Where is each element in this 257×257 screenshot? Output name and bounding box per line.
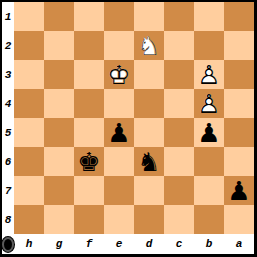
square-b2[interactable] [194,31,224,60]
square-d2[interactable]: ♞♘ [134,31,164,60]
square-f4[interactable] [74,89,104,118]
square-g1[interactable] [44,2,74,31]
square-f7[interactable] [74,176,104,205]
square-b5[interactable]: ♟ [194,118,224,147]
white-pawn: ♟♙ [194,60,224,89]
square-h7[interactable] [14,176,44,205]
square-g3[interactable] [44,60,74,89]
square-a2[interactable] [224,31,254,60]
file-label-f: f [74,234,104,254]
square-h1[interactable] [14,2,44,31]
white-pawn: ♟♙ [194,89,224,118]
square-a8[interactable] [224,205,254,234]
rank-label-4: 4 [2,89,14,118]
square-h8[interactable] [14,205,44,234]
square-c3[interactable] [164,60,194,89]
square-b8[interactable] [194,205,224,234]
square-b4[interactable]: ♟♙ [194,89,224,118]
square-a1[interactable] [224,2,254,31]
square-e7[interactable] [104,176,134,205]
square-h6[interactable] [14,147,44,176]
square-c4[interactable] [164,89,194,118]
square-g4[interactable] [44,89,74,118]
square-f6[interactable]: ♚ [74,147,104,176]
move-indicator-cell [2,234,14,254]
file-label-b: b [194,234,224,254]
square-f1[interactable] [74,2,104,31]
square-d7[interactable] [134,176,164,205]
square-d1[interactable] [134,2,164,31]
square-f8[interactable] [74,205,104,234]
square-b3[interactable]: ♟♙ [194,60,224,89]
chess-board: 12♞♘3♚♔♟♙4♟♙5♟♟6♚♞7♟8hgfedcba [2,2,254,254]
square-a6[interactable] [224,147,254,176]
file-label-g: g [44,234,74,254]
file-label-a: a [224,234,254,254]
rank-label-1: 1 [2,2,14,31]
square-a5[interactable] [224,118,254,147]
file-label-d: d [134,234,164,254]
square-g2[interactable] [44,31,74,60]
rank-label-5: 5 [2,118,14,147]
square-f2[interactable] [74,31,104,60]
rank-label-6: 6 [2,147,14,176]
rank-label-3: 3 [2,60,14,89]
white-king: ♚♔ [104,60,134,89]
rank-label-8: 8 [2,205,14,234]
black-king: ♚ [74,147,104,176]
square-a7[interactable]: ♟ [224,176,254,205]
file-label-c: c [164,234,194,254]
square-g6[interactable] [44,147,74,176]
square-b7[interactable] [194,176,224,205]
black-to-move-indicator [2,237,14,252]
square-e3[interactable]: ♚♔ [104,60,134,89]
black-pawn: ♟ [194,118,224,147]
square-h2[interactable] [14,31,44,60]
square-h4[interactable] [14,89,44,118]
square-d8[interactable] [134,205,164,234]
file-label-h: h [14,234,44,254]
square-e6[interactable] [104,147,134,176]
square-d4[interactable] [134,89,164,118]
file-label-e: e [104,234,134,254]
square-b1[interactable] [194,2,224,31]
square-b6[interactable] [194,147,224,176]
rank-label-7: 7 [2,176,14,205]
square-d5[interactable] [134,118,164,147]
square-g8[interactable] [44,205,74,234]
square-c7[interactable] [164,176,194,205]
square-e2[interactable] [104,31,134,60]
square-g7[interactable] [44,176,74,205]
rank-label-2: 2 [2,31,14,60]
white-knight: ♞♘ [134,31,164,60]
chess-diagram: 12♞♘3♚♔♟♙4♟♙5♟♟6♚♞7♟8hgfedcba [0,0,257,257]
black-pawn: ♟ [104,118,134,147]
square-d3[interactable] [134,60,164,89]
square-c1[interactable] [164,2,194,31]
square-e5[interactable]: ♟ [104,118,134,147]
square-a4[interactable] [224,89,254,118]
black-knight: ♞ [134,147,164,176]
square-f3[interactable] [74,60,104,89]
square-c2[interactable] [164,31,194,60]
square-c8[interactable] [164,205,194,234]
square-a3[interactable] [224,60,254,89]
square-f5[interactable] [74,118,104,147]
square-c5[interactable] [164,118,194,147]
square-h5[interactable] [14,118,44,147]
square-c6[interactable] [164,147,194,176]
square-e4[interactable] [104,89,134,118]
square-e1[interactable] [104,2,134,31]
square-e8[interactable] [104,205,134,234]
black-pawn: ♟ [224,176,254,205]
square-g5[interactable] [44,118,74,147]
square-h3[interactable] [14,60,44,89]
square-d6[interactable]: ♞ [134,147,164,176]
